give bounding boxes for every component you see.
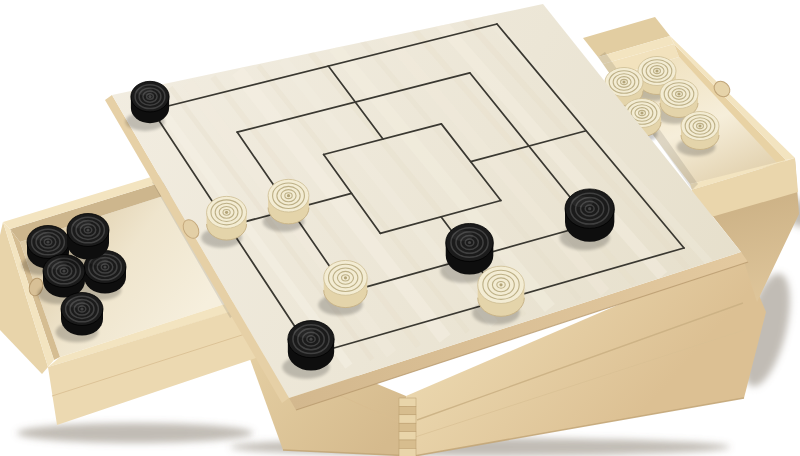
piece-white-b4-center-dot — [287, 194, 290, 197]
finger-joint-tooth — [399, 406, 416, 414]
piece-black-a7-sheen — [136, 87, 153, 96]
finger-joint-tooth — [399, 448, 416, 456]
tray-piece-white-1-center-dot — [655, 69, 658, 72]
tray-piece-black-3-center-dot — [62, 269, 65, 272]
tray-piece-black-5-sheen — [66, 299, 85, 308]
finger-joint-tooth — [399, 398, 416, 406]
tray-piece-black-4-center-dot — [86, 228, 89, 231]
tray-piece-white-5-center-dot — [698, 124, 701, 127]
piece-black-f2-sheen — [571, 196, 593, 207]
piece-black-d2-sheen — [452, 231, 473, 242]
piece-black-a1-center-dot — [309, 338, 312, 341]
finger-joint-tooth — [399, 432, 416, 440]
tray-piece-white-4-center-dot — [640, 111, 643, 114]
piece-white-d1-center-dot — [499, 283, 502, 286]
piece-black-a7-center-dot — [148, 95, 151, 98]
finger-joint-tooth — [399, 415, 416, 423]
photo-scene — [0, 0, 800, 456]
tray-piece-black-2-center-dot — [103, 265, 106, 268]
tray-piece-white-2-center-dot — [622, 80, 625, 83]
tray-piece-black-5-center-dot — [80, 307, 83, 310]
tray-piece-white-3-center-dot — [677, 92, 680, 95]
tray-piece-black-4-sheen — [72, 220, 91, 229]
finger-joint-tooth — [399, 440, 416, 448]
piece-white-b2-center-dot — [344, 276, 347, 279]
piece-white-a4-center-dot — [225, 211, 228, 214]
finger-joint-tooth — [399, 423, 416, 431]
left-drawer-ground-shadow — [17, 423, 253, 443]
tray-piece-black-1-center-dot — [46, 240, 49, 243]
morris-box-scene — [0, 0, 800, 456]
piece-black-a1-sheen — [294, 327, 315, 337]
tray-piece-black-1-sheen — [32, 232, 51, 241]
piece-black-f2-center-dot — [588, 207, 591, 210]
piece-black-a7[interactable] — [125, 81, 169, 131]
piece-black-d2-center-dot — [468, 241, 471, 244]
